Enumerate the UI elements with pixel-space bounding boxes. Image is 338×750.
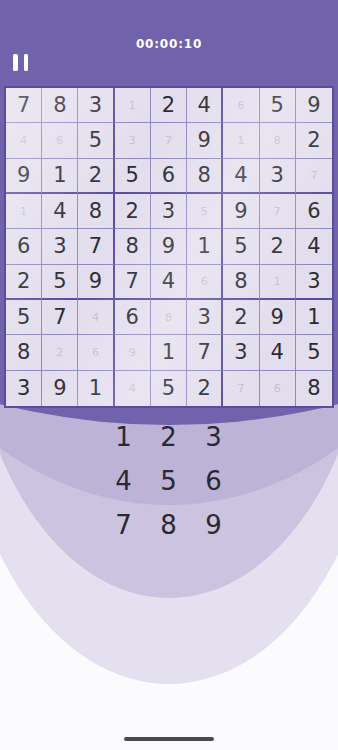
cell-r8c9[interactable]: 5 [296, 335, 332, 370]
cell-r6c2[interactable]: 5 [42, 265, 78, 300]
cell-r2c4[interactable]: 3 [115, 123, 151, 158]
cell-r5c2[interactable]: 3 [42, 229, 78, 264]
cell-r6c7[interactable]: 8 [223, 265, 259, 300]
given-digit: 8 [126, 234, 139, 258]
faint-digit: 7 [165, 134, 172, 147]
cell-r8c8[interactable]: 4 [260, 335, 296, 370]
given-digit: 7 [89, 234, 102, 258]
cell-r7c6[interactable]: 3 [187, 300, 223, 335]
given-digit: 5 [307, 340, 320, 364]
numpad-5[interactable]: 5 [146, 459, 191, 503]
given-digit: 1 [162, 340, 175, 364]
cell-r3c7[interactable]: 4 [223, 159, 259, 194]
numpad-4[interactable]: 4 [101, 459, 146, 503]
home-indicator[interactable] [124, 737, 214, 741]
cell-r9c2[interactable]: 9 [42, 371, 78, 406]
cell-r9c5[interactable]: 5 [151, 371, 187, 406]
cell-r1c4[interactable]: 1 [115, 88, 151, 123]
cell-r1c5[interactable]: 2 [151, 88, 187, 123]
given-digit: 3 [162, 199, 175, 223]
cell-r8c6[interactable]: 7 [187, 335, 223, 370]
given-digit: 3 [307, 269, 320, 293]
cell-r7c1[interactable]: 5 [6, 300, 42, 335]
cell-r3c8[interactable]: 3 [260, 159, 296, 194]
cell-r8c1[interactable]: 8 [6, 335, 42, 370]
numpad-3[interactable]: 3 [191, 415, 236, 459]
faint-digit: 1 [20, 205, 27, 218]
numpad-6[interactable]: 6 [191, 459, 236, 503]
cell-r3c2[interactable]: 1 [42, 159, 78, 194]
cell-r6c6[interactable]: 6 [187, 265, 223, 300]
cell-r5c5[interactable]: 9 [151, 229, 187, 264]
given-digit: 6 [307, 199, 320, 223]
faint-digit: 2 [56, 346, 63, 359]
cell-r5c1[interactable]: 6 [6, 229, 42, 264]
given-digit: 6 [162, 163, 175, 187]
given-digit: 5 [17, 305, 30, 329]
faint-digit: 9 [129, 346, 136, 359]
pause-button[interactable] [13, 54, 28, 71]
faint-digit: 8 [165, 311, 172, 324]
faint-digit: 6 [92, 346, 99, 359]
given-digit: 7 [17, 93, 30, 117]
numpad-1[interactable]: 1 [101, 415, 146, 459]
given-digit: 2 [89, 163, 102, 187]
cell-r7c5[interactable]: 8 [151, 300, 187, 335]
cell-r7c9[interactable]: 1 [296, 300, 332, 335]
given-digit: 9 [162, 234, 175, 258]
given-digit: 9 [17, 163, 30, 187]
given-digit: 7 [53, 305, 66, 329]
faint-digit: 4 [92, 311, 99, 324]
faint-digit: 3 [129, 134, 136, 147]
pause-icon [13, 54, 18, 71]
given-digit: 3 [17, 376, 30, 400]
cell-r8c5[interactable]: 1 [151, 335, 187, 370]
cell-r5c7[interactable]: 5 [223, 229, 259, 264]
cell-r2c3[interactable]: 5 [78, 123, 114, 158]
cell-r8c3[interactable]: 6 [78, 335, 114, 370]
cell-r4c9[interactable]: 6 [296, 194, 332, 229]
given-digit: 6 [17, 234, 30, 258]
cell-r3c1[interactable]: 9 [6, 159, 42, 194]
cell-r9c7[interactable]: 7 [223, 371, 259, 406]
cell-r1c2[interactable]: 8 [42, 88, 78, 123]
given-digit: 9 [307, 93, 320, 117]
given-digit: 4 [307, 234, 320, 258]
cell-r3c4[interactable]: 5 [115, 159, 151, 194]
cell-r3c5[interactable]: 6 [151, 159, 187, 194]
given-digit: 2 [162, 93, 175, 117]
cell-r1c9[interactable]: 9 [296, 88, 332, 123]
cell-r3c9[interactable]: 7 [296, 159, 332, 194]
cell-r3c6[interactable]: 8 [187, 159, 223, 194]
given-digit: 9 [89, 269, 102, 293]
given-digit: 2 [198, 376, 211, 400]
cell-r1c8[interactable]: 5 [260, 88, 296, 123]
given-digit: 2 [270, 234, 283, 258]
faint-digit: 4 [129, 382, 136, 395]
cell-r5c8[interactable]: 2 [260, 229, 296, 264]
cell-r2c9[interactable]: 2 [296, 123, 332, 158]
given-digit: 2 [234, 305, 247, 329]
cell-r7c3[interactable]: 4 [78, 300, 114, 335]
cell-r6c5[interactable]: 4 [151, 265, 187, 300]
given-digit: 7 [126, 269, 139, 293]
cell-r2c6[interactable]: 9 [187, 123, 223, 158]
given-digit: 5 [53, 269, 66, 293]
numpad-2[interactable]: 2 [146, 415, 191, 459]
cell-r6c8[interactable]: 1 [260, 265, 296, 300]
cell-r7c8[interactable]: 9 [260, 300, 296, 335]
given-digit: 4 [270, 340, 283, 364]
cell-r6c1[interactable]: 2 [6, 265, 42, 300]
faint-digit: 6 [274, 382, 281, 395]
number-pad: 123456789 [101, 415, 236, 547]
faint-digit: 7 [237, 382, 244, 395]
cell-r4c3[interactable]: 8 [78, 194, 114, 229]
faint-digit: 1 [237, 134, 244, 147]
given-digit: 5 [89, 128, 102, 152]
given-digit: 1 [307, 305, 320, 329]
cell-r9c9[interactable]: 8 [296, 371, 332, 406]
cell-r2c1[interactable]: 4 [6, 123, 42, 158]
given-digit: 2 [17, 269, 30, 293]
given-digit: 1 [53, 163, 66, 187]
given-digit: 1 [89, 376, 102, 400]
cell-r2c5[interactable]: 7 [151, 123, 187, 158]
faint-digit: 8 [274, 134, 281, 147]
cell-r6c9[interactable]: 3 [296, 265, 332, 300]
faint-digit: 6 [237, 99, 244, 112]
cell-r2c7[interactable]: 1 [223, 123, 259, 158]
cell-r9c4[interactable]: 4 [115, 371, 151, 406]
cell-r8c4[interactable]: 9 [115, 335, 151, 370]
given-digit: 6 [126, 305, 139, 329]
given-digit: 9 [270, 305, 283, 329]
given-digit: 9 [198, 128, 211, 152]
cell-r4c8[interactable]: 7 [260, 194, 296, 229]
cell-r4c5[interactable]: 3 [151, 194, 187, 229]
given-digit: 3 [89, 93, 102, 117]
given-digit: 9 [234, 199, 247, 223]
given-digit: 8 [89, 199, 102, 223]
given-digit: 2 [126, 199, 139, 223]
faint-digit: 1 [129, 99, 136, 112]
cell-r1c7[interactable]: 6 [223, 88, 259, 123]
cell-r4c7[interactable]: 9 [223, 194, 259, 229]
cell-r7c7[interactable]: 2 [223, 300, 259, 335]
cell-r5c3[interactable]: 7 [78, 229, 114, 264]
given-digit: 1 [198, 234, 211, 258]
faint-digit: 4 [20, 134, 27, 147]
cell-r8c2[interactable]: 2 [42, 335, 78, 370]
cell-r6c4[interactable]: 7 [115, 265, 151, 300]
given-digit: 8 [307, 376, 320, 400]
given-digit: 3 [53, 234, 66, 258]
numpad-7[interactable]: 7 [101, 503, 146, 547]
given-digit: 7 [198, 340, 211, 364]
given-digit: 5 [270, 93, 283, 117]
given-digit: 4 [53, 199, 66, 223]
given-digit: 2 [307, 128, 320, 152]
pause-icon [24, 54, 29, 71]
faint-digit: 6 [56, 134, 63, 147]
faint-digit: 1 [274, 275, 281, 288]
given-digit: 8 [53, 93, 66, 117]
cell-r8c7[interactable]: 3 [223, 335, 259, 370]
given-digit: 4 [198, 93, 211, 117]
cell-r9c3[interactable]: 1 [78, 371, 114, 406]
given-digit: 3 [234, 340, 247, 364]
given-digit: 8 [198, 163, 211, 187]
cell-r9c6[interactable]: 2 [187, 371, 223, 406]
faint-digit: 6 [201, 275, 208, 288]
cell-r5c4[interactable]: 8 [115, 229, 151, 264]
cell-r1c3[interactable]: 3 [78, 88, 114, 123]
numpad-9[interactable]: 9 [191, 503, 236, 547]
cell-r4c2[interactable]: 4 [42, 194, 78, 229]
given-digit: 3 [270, 163, 283, 187]
given-digit: 5 [126, 163, 139, 187]
cell-r1c1[interactable]: 7 [6, 88, 42, 123]
cell-r2c8[interactable]: 8 [260, 123, 296, 158]
cell-r5c6[interactable]: 1 [187, 229, 223, 264]
cell-r4c4[interactable]: 2 [115, 194, 151, 229]
faint-digit: 5 [201, 205, 208, 218]
cell-r5c9[interactable]: 4 [296, 229, 332, 264]
cell-r7c2[interactable]: 7 [42, 300, 78, 335]
cell-r4c6[interactable]: 5 [187, 194, 223, 229]
cell-r9c1[interactable]: 3 [6, 371, 42, 406]
given-digit: 8 [17, 340, 30, 364]
given-digit: 9 [53, 376, 66, 400]
given-digit: 5 [234, 234, 247, 258]
cell-r2c2[interactable]: 6 [42, 123, 78, 158]
given-digit: 4 [234, 163, 247, 187]
cell-r9c8[interactable]: 6 [260, 371, 296, 406]
given-digit: 5 [162, 376, 175, 400]
game-timer: 00:00:10 [0, 37, 338, 51]
cell-r1c6[interactable]: 4 [187, 88, 223, 123]
cell-r4c1[interactable]: 1 [6, 194, 42, 229]
given-digit: 4 [162, 269, 175, 293]
cell-r7c4[interactable]: 6 [115, 300, 151, 335]
given-digit: 3 [198, 305, 211, 329]
sudoku-board: 7831246594653791829125684371482359766378… [4, 86, 334, 408]
faint-digit: 7 [310, 169, 317, 182]
cell-r3c3[interactable]: 2 [78, 159, 114, 194]
numpad-8[interactable]: 8 [146, 503, 191, 547]
app-screen: 00:00:10 7831246594653791829125684371482… [0, 0, 338, 750]
faint-digit: 7 [274, 205, 281, 218]
given-digit: 8 [234, 269, 247, 293]
cell-r6c3[interactable]: 9 [78, 265, 114, 300]
